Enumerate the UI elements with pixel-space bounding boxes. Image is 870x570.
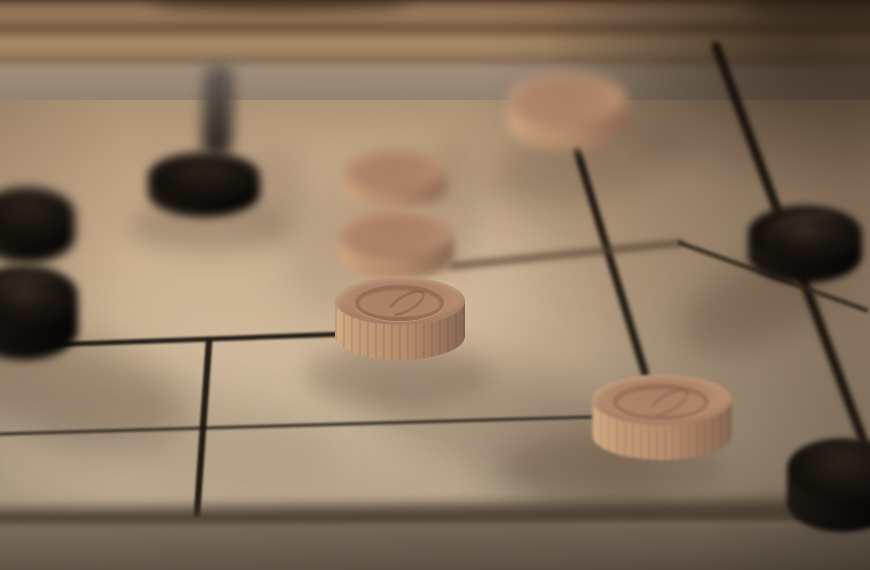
coin-black-on-arrow[interactable]	[748, 205, 862, 283]
coin-top-face	[748, 205, 862, 261]
coin-top-face	[335, 277, 465, 325]
coin-wood-column-front[interactable]	[335, 277, 465, 360]
coin-black-top-left[interactable]	[148, 152, 260, 217]
coin-black-left-lower[interactable]	[0, 265, 78, 360]
coin-top-face	[592, 375, 732, 425]
coin-black-far-right[interactable]	[787, 438, 870, 532]
coin-top-face	[507, 73, 627, 125]
pieces-layer	[0, 0, 870, 570]
carrom-board-photo	[0, 0, 870, 570]
coin-top-face	[343, 148, 447, 192]
coin-wood-column-middle[interactable]	[338, 210, 454, 280]
coin-black-left-upper[interactable]	[0, 187, 75, 263]
coin-wood-top-right[interactable]	[507, 73, 627, 150]
coin-top-face	[148, 152, 260, 200]
coin-wood-bottom-right[interactable]	[592, 375, 732, 460]
coin-top-face	[338, 210, 454, 258]
blurred-object-behind	[201, 64, 234, 157]
coin-centre-sheen	[775, 220, 834, 246]
coin-wood-column-back[interactable]	[343, 148, 447, 210]
